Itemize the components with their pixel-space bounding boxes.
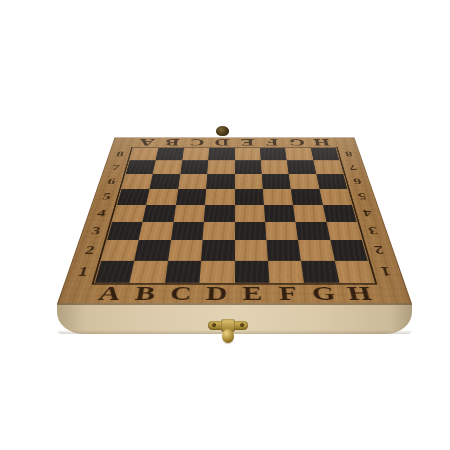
square-h8 bbox=[310, 148, 339, 161]
rank-label-text: 3 bbox=[367, 226, 379, 236]
rank-label-right-3: 3 bbox=[357, 222, 390, 241]
back-hinge-knob bbox=[216, 126, 229, 136]
square-d8 bbox=[208, 148, 234, 161]
rank-label-text: 6 bbox=[106, 177, 116, 185]
square-f3 bbox=[265, 222, 298, 241]
rank-label-text: 8 bbox=[115, 151, 124, 158]
file-label-near-d: D bbox=[198, 283, 234, 304]
file-label-text: C bbox=[189, 138, 205, 148]
board-perspective-wrap: ABCDEFGH8877665544332211ABCDEFGH bbox=[57, 0, 412, 304]
square-c4 bbox=[173, 205, 205, 222]
clasp-knob bbox=[222, 329, 234, 343]
rank-label-right-7: 7 bbox=[339, 161, 367, 175]
file-label-text: G bbox=[311, 283, 337, 303]
square-f1 bbox=[268, 261, 304, 283]
rank-label-text: 5 bbox=[101, 192, 112, 201]
square-g5 bbox=[291, 189, 323, 205]
rank-label-text: 1 bbox=[77, 265, 90, 277]
file-label-near-e: E bbox=[235, 283, 271, 304]
square-h6 bbox=[316, 174, 347, 189]
file-label-near-c: C bbox=[162, 283, 200, 304]
rank-label-text: 7 bbox=[111, 163, 121, 170]
square-d5 bbox=[205, 189, 234, 205]
square-e1 bbox=[235, 261, 270, 283]
file-label-text: H bbox=[345, 283, 373, 303]
square-d3 bbox=[203, 222, 235, 241]
square-a7 bbox=[126, 161, 156, 175]
square-f6 bbox=[262, 174, 291, 189]
file-label-far-b: B bbox=[159, 137, 186, 147]
file-label-text: A bbox=[138, 138, 155, 148]
square-f7 bbox=[261, 161, 289, 175]
file-label-far-g: G bbox=[284, 137, 311, 147]
file-label-far-h: H bbox=[308, 137, 336, 147]
square-c7 bbox=[180, 161, 208, 175]
square-c2 bbox=[168, 240, 203, 260]
chess-board: ABCDEFGH8877665544332211ABCDEFGH bbox=[57, 137, 412, 304]
square-e6 bbox=[235, 174, 263, 189]
file-label-far-f: F bbox=[259, 137, 285, 147]
rank-label-text: 4 bbox=[362, 208, 373, 217]
square-c1 bbox=[165, 261, 201, 283]
rank-label-text: 7 bbox=[348, 163, 358, 170]
brass-clasp bbox=[205, 317, 251, 347]
rank-label-right-2: 2 bbox=[362, 240, 397, 260]
square-g8 bbox=[285, 148, 313, 161]
file-label-text: A bbox=[97, 283, 123, 303]
square-d7 bbox=[207, 161, 234, 175]
rank-label-right-6: 6 bbox=[343, 174, 372, 189]
rank-label-text: 8 bbox=[344, 151, 353, 158]
square-g7 bbox=[287, 161, 316, 175]
square-e4 bbox=[235, 205, 266, 222]
product-photo-chess-box: ABCDEFGH8877665544332211ABCDEFGH bbox=[0, 0, 450, 450]
rank-label-text: 2 bbox=[373, 245, 385, 256]
board-border-corner bbox=[333, 137, 358, 147]
file-label-near-g: G bbox=[304, 283, 343, 304]
file-label-near-b: B bbox=[125, 283, 164, 304]
square-f4 bbox=[264, 205, 296, 222]
square-e8 bbox=[235, 148, 261, 161]
square-e3 bbox=[235, 222, 267, 241]
square-c8 bbox=[182, 148, 209, 161]
rank-label-text: 3 bbox=[90, 226, 102, 236]
file-label-text: D bbox=[206, 283, 228, 303]
rank-label-text: 5 bbox=[357, 192, 368, 201]
square-g4 bbox=[293, 205, 326, 222]
square-g6 bbox=[289, 174, 319, 189]
square-e5 bbox=[235, 189, 264, 205]
board-border-corner bbox=[111, 137, 136, 147]
rank-label-text: 1 bbox=[379, 265, 392, 277]
file-label-text: F bbox=[265, 138, 279, 148]
rank-label-text: 6 bbox=[352, 177, 362, 185]
board-grid: ABCDEFGH8877665544332211ABCDEFGH bbox=[57, 137, 412, 304]
file-label-text: F bbox=[278, 283, 298, 303]
file-label-text: G bbox=[288, 138, 306, 148]
square-f2 bbox=[266, 240, 301, 260]
square-d2 bbox=[201, 240, 234, 260]
square-a1 bbox=[95, 261, 135, 283]
file-label-text: B bbox=[164, 138, 179, 148]
square-e2 bbox=[235, 240, 268, 260]
square-f8 bbox=[260, 148, 287, 161]
rank-label-right-5: 5 bbox=[347, 189, 377, 205]
square-h7 bbox=[313, 161, 343, 175]
square-d1 bbox=[200, 261, 235, 283]
file-label-text: C bbox=[169, 283, 192, 303]
square-f5 bbox=[263, 189, 293, 205]
square-b2 bbox=[135, 240, 171, 260]
file-label-near-a: A bbox=[89, 283, 130, 304]
square-b5 bbox=[146, 189, 178, 205]
square-c3 bbox=[171, 222, 204, 241]
file-label-near-f: F bbox=[269, 283, 307, 304]
board-border-corner bbox=[374, 283, 412, 304]
square-g3 bbox=[296, 222, 330, 241]
square-d4 bbox=[204, 205, 235, 222]
square-g2 bbox=[298, 240, 334, 260]
file-label-text: B bbox=[134, 283, 157, 303]
square-b3 bbox=[139, 222, 173, 241]
square-d6 bbox=[206, 174, 234, 189]
square-h5 bbox=[319, 189, 352, 205]
square-h4 bbox=[323, 205, 357, 222]
square-a6 bbox=[122, 174, 153, 189]
square-b8 bbox=[156, 148, 184, 161]
square-c6 bbox=[178, 174, 207, 189]
square-a5 bbox=[117, 189, 150, 205]
square-g1 bbox=[301, 261, 339, 283]
square-a8 bbox=[130, 148, 159, 161]
file-label-far-a: A bbox=[133, 137, 161, 147]
square-a3 bbox=[107, 222, 143, 241]
square-b1 bbox=[130, 261, 168, 283]
square-b6 bbox=[150, 174, 180, 189]
rank-label-right-1: 1 bbox=[368, 261, 405, 283]
rank-label-right-4: 4 bbox=[352, 205, 384, 222]
file-label-far-d: D bbox=[209, 137, 234, 147]
file-label-text: E bbox=[242, 283, 262, 303]
rank-label-text: 4 bbox=[96, 208, 107, 217]
square-b7 bbox=[153, 161, 182, 175]
file-label-text: H bbox=[313, 138, 331, 148]
square-a4 bbox=[112, 205, 146, 222]
file-label-near-h: H bbox=[339, 283, 380, 304]
square-c5 bbox=[176, 189, 206, 205]
file-label-far-e: E bbox=[235, 137, 260, 147]
rank-label-right-8: 8 bbox=[336, 148, 363, 161]
file-label-text: E bbox=[240, 138, 254, 148]
square-a2 bbox=[101, 240, 139, 260]
square-b4 bbox=[143, 205, 176, 222]
rank-label-text: 2 bbox=[84, 245, 96, 256]
file-label-text: D bbox=[214, 138, 229, 148]
file-label-far-c: C bbox=[184, 137, 210, 147]
square-e7 bbox=[235, 161, 262, 175]
